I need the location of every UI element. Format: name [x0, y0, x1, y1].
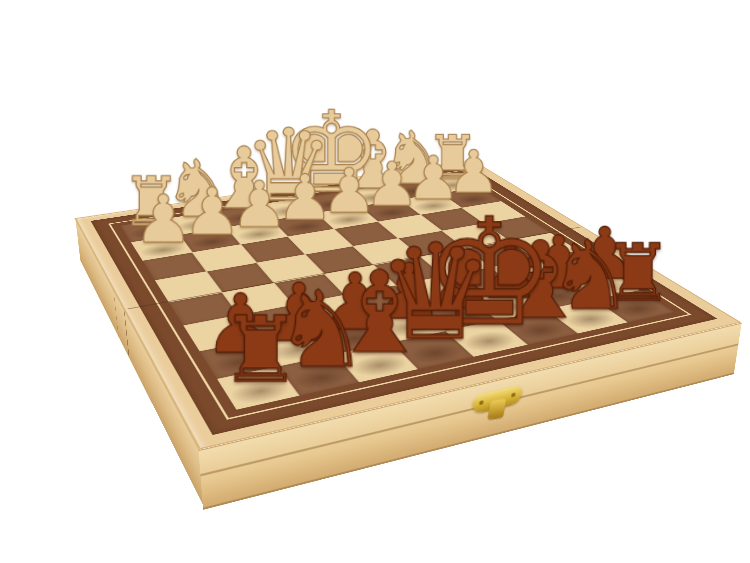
- product-photo-stage: ♜♞♝♛♚♝♞♜♟♟♟♟♟♟♟♟♟♟♟♟♟♟♟♟♜♞♝♛♚♝♞♜: [0, 0, 750, 563]
- latch-screw-icon: [511, 392, 515, 397]
- latch-hook: [488, 399, 507, 419]
- latch-screw-icon: [479, 400, 484, 405]
- black-rook-icon: ♜: [220, 304, 301, 395]
- brass-latch: [472, 385, 523, 428]
- chess-board: ♜♞♝♛♚♝♞♜♟♟♟♟♟♟♟♟♟♟♟♟♟♟♟♟♜♞♝♛♚♝♞♜: [74, 160, 742, 450]
